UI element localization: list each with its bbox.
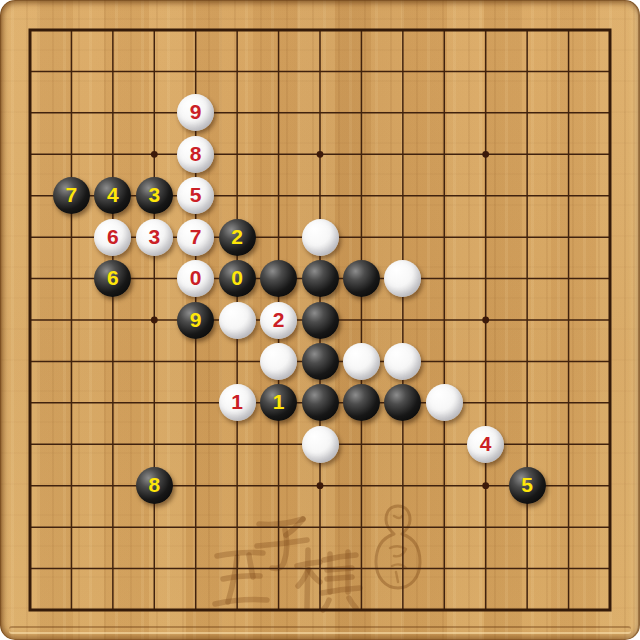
stone-white-move-6: 6 bbox=[94, 219, 131, 256]
move-number: 5 bbox=[190, 184, 202, 205]
stone-white-move-2: 2 bbox=[260, 302, 297, 339]
stone-white-move-4: 4 bbox=[467, 426, 504, 463]
stone-black-move-7: 7 bbox=[53, 177, 90, 214]
move-number: 6 bbox=[107, 267, 119, 288]
move-number: 9 bbox=[190, 309, 202, 330]
stone-black-move-8: 8 bbox=[136, 467, 173, 504]
stone-black bbox=[302, 343, 339, 380]
move-number: 7 bbox=[66, 184, 78, 205]
stone-black-move-5: 5 bbox=[509, 467, 546, 504]
move-number: 4 bbox=[480, 433, 492, 454]
stone-white bbox=[302, 219, 339, 256]
stone-black bbox=[302, 384, 339, 421]
move-number: 0 bbox=[231, 267, 243, 288]
stone-black-move-4: 4 bbox=[94, 177, 131, 214]
stone-black-move-3: 3 bbox=[136, 177, 173, 214]
move-number: 3 bbox=[148, 184, 160, 205]
move-number: 0 bbox=[190, 267, 202, 288]
move-number: 8 bbox=[190, 143, 202, 164]
stone-white bbox=[219, 302, 256, 339]
move-number: 1 bbox=[231, 391, 243, 412]
stone-black bbox=[302, 302, 339, 339]
board-edge-ridge bbox=[9, 626, 631, 634]
stone-black-move-1: 1 bbox=[260, 384, 297, 421]
stone-black bbox=[343, 384, 380, 421]
stone-white bbox=[384, 260, 421, 297]
move-number: 5 bbox=[521, 474, 533, 495]
move-number: 7 bbox=[190, 226, 202, 247]
stone-black bbox=[343, 260, 380, 297]
move-number: 4 bbox=[107, 184, 119, 205]
move-number: 3 bbox=[148, 226, 160, 247]
stone-black bbox=[384, 384, 421, 421]
stone-white-move-0: 0 bbox=[177, 260, 214, 297]
gomoku-board[interactable]: 98743563726009211485 bbox=[0, 0, 640, 640]
stone-white-move-5: 5 bbox=[177, 177, 214, 214]
stone-white-move-8: 8 bbox=[177, 136, 214, 173]
stone-white bbox=[260, 343, 297, 380]
move-number: 6 bbox=[107, 226, 119, 247]
stone-white-move-7: 7 bbox=[177, 219, 214, 256]
stone-black bbox=[302, 260, 339, 297]
stone-white bbox=[343, 343, 380, 380]
stone-black-move-0: 0 bbox=[219, 260, 256, 297]
stone-black bbox=[260, 260, 297, 297]
stone-white-move-3: 3 bbox=[136, 219, 173, 256]
stones-layer: 98743563726009211485 bbox=[0, 0, 640, 640]
stone-white bbox=[426, 384, 463, 421]
stone-white-move-1: 1 bbox=[219, 384, 256, 421]
move-number: 1 bbox=[273, 391, 285, 412]
stone-black-move-2: 2 bbox=[219, 219, 256, 256]
move-number: 2 bbox=[273, 309, 285, 330]
move-number: 9 bbox=[190, 101, 202, 122]
stone-black-move-9: 9 bbox=[177, 302, 214, 339]
move-number: 8 bbox=[148, 474, 160, 495]
move-number: 2 bbox=[231, 226, 243, 247]
stone-black-move-6: 6 bbox=[94, 260, 131, 297]
stone-white-move-9: 9 bbox=[177, 94, 214, 131]
stone-white bbox=[302, 426, 339, 463]
stone-white bbox=[384, 343, 421, 380]
